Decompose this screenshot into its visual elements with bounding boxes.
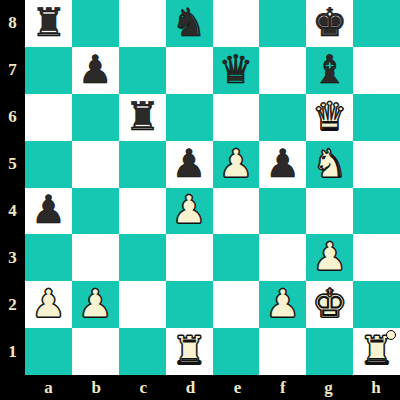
black-pawn[interactable]: ♟ [172, 144, 207, 183]
rank-label-5: 5 [0, 141, 25, 188]
black-bishop[interactable]: ♝ [312, 50, 347, 89]
black-pawn[interactable]: ♟ [31, 190, 66, 229]
square-e3[interactable] [213, 234, 260, 281]
white-rook[interactable]: ♜ [172, 331, 207, 370]
square-h6[interactable] [353, 94, 400, 141]
square-h7[interactable] [353, 47, 400, 94]
square-c5[interactable] [119, 141, 166, 188]
file-label-h: h [352, 375, 400, 400]
square-d1[interactable]: ♜ [166, 328, 213, 375]
rank-labels: 87654321 [0, 0, 25, 375]
square-a4[interactable]: ♟ [25, 188, 72, 235]
square-f6[interactable] [259, 94, 306, 141]
square-e5[interactable]: ♟ [213, 141, 260, 188]
file-label-b: b [72, 375, 120, 400]
square-b7[interactable]: ♟ [72, 47, 119, 94]
square-d2[interactable] [166, 281, 213, 328]
square-e6[interactable] [213, 94, 260, 141]
square-g3[interactable]: ♟ [306, 234, 353, 281]
file-label-c: c [120, 375, 166, 400]
white-pawn[interactable]: ♟ [218, 144, 253, 183]
square-a1[interactable] [25, 328, 72, 375]
square-b8[interactable] [72, 0, 119, 47]
square-a5[interactable] [25, 141, 72, 188]
square-g7[interactable]: ♝ [306, 47, 353, 94]
square-h2[interactable] [353, 281, 400, 328]
rank-label-1: 1 [0, 328, 25, 375]
square-d6[interactable] [166, 94, 213, 141]
square-d5[interactable]: ♟ [166, 141, 213, 188]
square-c1[interactable] [119, 328, 166, 375]
black-queen[interactable]: ♛ [218, 50, 253, 89]
file-label-g: g [305, 375, 352, 400]
square-f4[interactable] [259, 188, 306, 235]
rank-label-7: 7 [0, 47, 25, 94]
square-f8[interactable] [259, 0, 306, 47]
chessboard: ♜♞♚♟♛♝♜♛♟♟♟♞♟♟♟♟♟♟♚♜♜ [25, 0, 400, 375]
square-f3[interactable] [259, 234, 306, 281]
square-b2[interactable]: ♟ [72, 281, 119, 328]
square-g1[interactable] [306, 328, 353, 375]
black-rook[interactable]: ♜ [125, 97, 160, 136]
rank-label-3: 3 [0, 234, 25, 281]
chess-diagram: 87654321 ♜♞♚♟♛♝♜♛♟♟♟♞♟♟♟♟♟♟♚♜♜ abcdefgh [0, 0, 400, 400]
black-pawn[interactable]: ♟ [78, 50, 113, 89]
square-g6[interactable]: ♛ [306, 94, 353, 141]
file-label-d: d [166, 375, 214, 400]
square-f1[interactable] [259, 328, 306, 375]
file-label-e: e [214, 375, 260, 400]
square-h5[interactable] [353, 141, 400, 188]
square-h4[interactable] [353, 188, 400, 235]
white-pawn[interactable]: ♟ [172, 190, 207, 229]
move-indicator-circle [386, 330, 396, 340]
square-d8[interactable]: ♞ [166, 0, 213, 47]
square-b4[interactable] [72, 188, 119, 235]
square-d4[interactable]: ♟ [166, 188, 213, 235]
square-a7[interactable] [25, 47, 72, 94]
white-pawn[interactable]: ♟ [31, 284, 66, 323]
square-g2[interactable]: ♚ [306, 281, 353, 328]
black-knight[interactable]: ♞ [172, 3, 207, 42]
square-h1[interactable]: ♜ [353, 328, 400, 375]
white-knight[interactable]: ♞ [312, 144, 347, 183]
square-h3[interactable] [353, 234, 400, 281]
square-a8[interactable]: ♜ [25, 0, 72, 47]
square-f7[interactable] [259, 47, 306, 94]
square-e1[interactable] [213, 328, 260, 375]
square-b6[interactable] [72, 94, 119, 141]
square-b5[interactable] [72, 141, 119, 188]
square-c2[interactable] [119, 281, 166, 328]
black-pawn[interactable]: ♟ [265, 144, 300, 183]
white-pawn[interactable]: ♟ [265, 284, 300, 323]
square-h8[interactable] [353, 0, 400, 47]
file-labels: abcdefgh [25, 375, 400, 400]
black-rook[interactable]: ♜ [31, 3, 66, 42]
square-e2[interactable] [213, 281, 260, 328]
square-d3[interactable] [166, 234, 213, 281]
square-g4[interactable] [306, 188, 353, 235]
white-pawn[interactable]: ♟ [312, 237, 347, 276]
square-e4[interactable] [213, 188, 260, 235]
square-b3[interactable] [72, 234, 119, 281]
square-f5[interactable]: ♟ [259, 141, 306, 188]
square-c6[interactable]: ♜ [119, 94, 166, 141]
square-c4[interactable] [119, 188, 166, 235]
rank-label-4: 4 [0, 188, 25, 235]
square-b1[interactable] [72, 328, 119, 375]
white-king[interactable]: ♚ [312, 284, 347, 323]
white-queen[interactable]: ♛ [312, 97, 347, 136]
white-pawn[interactable]: ♟ [78, 284, 113, 323]
square-e8[interactable] [213, 0, 260, 47]
square-c3[interactable] [119, 234, 166, 281]
rank-label-2: 2 [0, 281, 25, 328]
square-g5[interactable]: ♞ [306, 141, 353, 188]
square-a2[interactable]: ♟ [25, 281, 72, 328]
square-c8[interactable] [119, 0, 166, 47]
square-e7[interactable]: ♛ [213, 47, 260, 94]
black-king[interactable]: ♚ [312, 3, 347, 42]
square-c7[interactable] [119, 47, 166, 94]
square-f2[interactable]: ♟ [259, 281, 306, 328]
square-g8[interactable]: ♚ [306, 0, 353, 47]
rank-label-6: 6 [0, 94, 25, 141]
rank-label-8: 8 [0, 0, 25, 47]
square-a6[interactable] [25, 94, 72, 141]
file-label-a: a [25, 375, 72, 400]
file-label-f: f [261, 375, 305, 400]
square-a3[interactable] [25, 234, 72, 281]
square-d7[interactable] [166, 47, 213, 94]
